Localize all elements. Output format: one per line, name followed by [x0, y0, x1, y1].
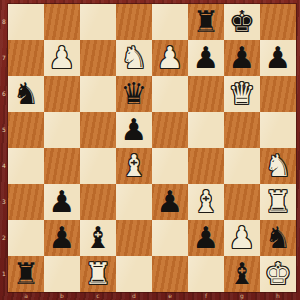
square-e6[interactable] [152, 76, 188, 112]
square-b1[interactable] [44, 256, 80, 292]
piece-black-bishop-g1[interactable]: ♝ [224, 256, 260, 292]
square-f7[interactable]: ♟ [188, 40, 224, 76]
square-b8[interactable] [44, 4, 80, 40]
square-d1[interactable] [116, 256, 152, 292]
piece-white-knight-h4[interactable]: ♞ [260, 148, 296, 184]
square-b3[interactable]: ♟ [44, 184, 80, 220]
square-e7[interactable]: ♟ [152, 40, 188, 76]
piece-white-knight-d7[interactable]: ♞ [116, 40, 152, 76]
square-d7[interactable]: ♞ [116, 40, 152, 76]
square-h5[interactable] [260, 112, 296, 148]
square-h7[interactable]: ♟ [260, 40, 296, 76]
piece-white-rook-c1[interactable]: ♜ [80, 256, 116, 292]
file-label-g: g [224, 293, 260, 299]
square-h4[interactable]: ♞ [260, 148, 296, 184]
square-e5[interactable] [152, 112, 188, 148]
rank-label-5: 5 [0, 127, 8, 133]
piece-black-pawn-f7[interactable]: ♟ [188, 40, 224, 76]
square-a3[interactable] [8, 184, 44, 220]
file-label-c: c [80, 293, 116, 299]
rank-label-7: 7 [0, 55, 8, 61]
square-d8[interactable] [116, 4, 152, 40]
square-h6[interactable] [260, 76, 296, 112]
square-b2[interactable]: ♟ [44, 220, 80, 256]
piece-black-pawn-g7[interactable]: ♟ [224, 40, 260, 76]
square-g6[interactable]: ♛ [224, 76, 260, 112]
square-e4[interactable] [152, 148, 188, 184]
square-g2[interactable]: ♟ [224, 220, 260, 256]
piece-black-knight-a6[interactable]: ♞ [8, 76, 44, 112]
file-label-e: e [152, 293, 188, 299]
piece-white-pawn-g2[interactable]: ♟ [224, 220, 260, 256]
piece-black-pawn-b3[interactable]: ♟ [44, 184, 80, 220]
square-a1[interactable]: ♜ [8, 256, 44, 292]
rank-label-4: 4 [0, 163, 8, 169]
piece-black-rook-a1[interactable]: ♜ [8, 256, 44, 292]
square-c5[interactable] [80, 112, 116, 148]
square-e2[interactable] [152, 220, 188, 256]
piece-white-king-h1[interactable]: ♚ [260, 256, 296, 292]
square-a8[interactable] [8, 4, 44, 40]
square-d4[interactable]: ♝ [116, 148, 152, 184]
piece-white-rook-h3[interactable]: ♜ [260, 184, 296, 220]
piece-black-pawn-f2[interactable]: ♟ [188, 220, 224, 256]
piece-white-pawn-b7[interactable]: ♟ [44, 40, 80, 76]
rank-label-1: 1 [0, 271, 8, 277]
square-g3[interactable] [224, 184, 260, 220]
square-c8[interactable] [80, 4, 116, 40]
square-g8[interactable]: ♚ [224, 4, 260, 40]
piece-black-knight-h2[interactable]: ♞ [260, 220, 296, 256]
piece-black-queen-d6[interactable]: ♛ [116, 76, 152, 112]
square-g7[interactable]: ♟ [224, 40, 260, 76]
chess-board-frame: ♜♚♟♞♟♟♟♟♞♛♛♟♝♞♟♟♝♜♟♝♟♟♞♜♜♝♚ 87654321abcd… [0, 0, 300, 300]
square-d3[interactable] [116, 184, 152, 220]
square-a6[interactable]: ♞ [8, 76, 44, 112]
square-b4[interactable] [44, 148, 80, 184]
square-d2[interactable] [116, 220, 152, 256]
square-d5[interactable]: ♟ [116, 112, 152, 148]
square-c6[interactable] [80, 76, 116, 112]
file-label-h: h [260, 293, 296, 299]
square-f6[interactable] [188, 76, 224, 112]
file-label-f: f [188, 293, 224, 299]
square-d6[interactable]: ♛ [116, 76, 152, 112]
square-a2[interactable] [8, 220, 44, 256]
square-h8[interactable] [260, 4, 296, 40]
square-b6[interactable] [44, 76, 80, 112]
file-label-b: b [44, 293, 80, 299]
rank-label-6: 6 [0, 91, 8, 97]
piece-black-pawn-d5[interactable]: ♟ [116, 112, 152, 148]
square-h3[interactable]: ♜ [260, 184, 296, 220]
square-f4[interactable] [188, 148, 224, 184]
piece-black-pawn-h7[interactable]: ♟ [260, 40, 296, 76]
square-c4[interactable] [80, 148, 116, 184]
square-f8[interactable]: ♜ [188, 4, 224, 40]
square-e3[interactable]: ♟ [152, 184, 188, 220]
piece-black-king-g8[interactable]: ♚ [224, 4, 260, 40]
rank-label-3: 3 [0, 199, 8, 205]
square-f2[interactable]: ♟ [188, 220, 224, 256]
piece-white-pawn-e7[interactable]: ♟ [152, 40, 188, 76]
square-c2[interactable]: ♝ [80, 220, 116, 256]
square-e8[interactable] [152, 4, 188, 40]
piece-white-queen-g6[interactable]: ♛ [224, 76, 260, 112]
square-f3[interactable]: ♝ [188, 184, 224, 220]
square-e1[interactable] [152, 256, 188, 292]
square-c3[interactable] [80, 184, 116, 220]
square-f1[interactable] [188, 256, 224, 292]
chess-board: ♜♚♟♞♟♟♟♟♞♛♛♟♝♞♟♟♝♜♟♝♟♟♞♜♜♝♚ [8, 4, 296, 292]
square-g5[interactable] [224, 112, 260, 148]
square-g4[interactable] [224, 148, 260, 184]
file-label-d: d [116, 293, 152, 299]
rank-label-8: 8 [0, 19, 8, 25]
piece-black-pawn-b2[interactable]: ♟ [44, 220, 80, 256]
square-g1[interactable]: ♝ [224, 256, 260, 292]
square-h1[interactable]: ♚ [260, 256, 296, 292]
file-label-a: a [8, 293, 44, 299]
square-c7[interactable] [80, 40, 116, 76]
piece-black-rook-f8[interactable]: ♜ [188, 4, 224, 40]
square-a7[interactable] [8, 40, 44, 76]
square-a4[interactable] [8, 148, 44, 184]
square-b7[interactable]: ♟ [44, 40, 80, 76]
piece-black-bishop-c2[interactable]: ♝ [80, 220, 116, 256]
square-h2[interactable]: ♞ [260, 220, 296, 256]
square-b5[interactable] [44, 112, 80, 148]
piece-white-bishop-f3[interactable]: ♝ [188, 184, 224, 220]
piece-black-pawn-e3[interactable]: ♟ [152, 184, 188, 220]
piece-white-bishop-d4[interactable]: ♝ [116, 148, 152, 184]
square-c1[interactable]: ♜ [80, 256, 116, 292]
square-f5[interactable] [188, 112, 224, 148]
rank-label-2: 2 [0, 235, 8, 241]
square-a5[interactable] [8, 112, 44, 148]
